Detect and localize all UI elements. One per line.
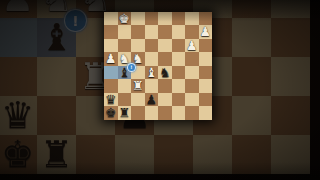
square-c6[interactable] — [131, 39, 145, 53]
black-queen-piece[interactable]: ♛ — [104, 93, 118, 107]
square-f5[interactable] — [172, 52, 186, 66]
square-f3[interactable] — [172, 79, 186, 93]
chess-board[interactable]: ♚♟♟♟♞♞♝♝♞♜♛♟♚♜! — [104, 12, 212, 120]
square-b6[interactable] — [118, 39, 132, 53]
square-a7[interactable] — [104, 25, 118, 39]
black-king-piece[interactable]: ♚ — [104, 106, 118, 120]
square-f2[interactable] — [172, 93, 186, 107]
square-b2[interactable] — [118, 93, 132, 107]
square-f7[interactable] — [172, 25, 186, 39]
square-a1[interactable]: ♚ — [104, 106, 118, 120]
square-d7[interactable] — [145, 25, 159, 39]
square-e8[interactable] — [158, 12, 172, 26]
square-b1[interactable]: ♜ — [118, 106, 132, 120]
square-b3[interactable] — [118, 79, 132, 93]
square-b8[interactable]: ♚ — [118, 12, 132, 26]
square-e2[interactable] — [158, 93, 172, 107]
square-a2[interactable]: ♛ — [104, 93, 118, 107]
square-d1[interactable] — [145, 106, 159, 120]
black-pawn-piece[interactable]: ♟ — [145, 93, 159, 107]
square-d8[interactable] — [145, 12, 159, 26]
square-g4[interactable] — [185, 66, 199, 80]
square-d4[interactable]: ♝ — [145, 66, 159, 80]
white-bishop-piece[interactable]: ♝ — [145, 66, 159, 80]
square-b7[interactable] — [118, 25, 132, 39]
square-a3[interactable] — [104, 79, 118, 93]
square-g7[interactable] — [185, 25, 199, 39]
square-h1[interactable] — [199, 106, 213, 120]
square-c7[interactable] — [131, 25, 145, 39]
square-c3[interactable]: ♜ — [131, 79, 145, 93]
square-h4[interactable] — [199, 66, 213, 80]
square-a6[interactable] — [104, 39, 118, 53]
square-c8[interactable] — [131, 12, 145, 26]
square-e5[interactable] — [158, 52, 172, 66]
square-c1[interactable] — [131, 106, 145, 120]
square-g1[interactable] — [185, 106, 199, 120]
white-king-piece[interactable]: ♚ — [118, 12, 132, 26]
square-d6[interactable] — [145, 39, 159, 53]
square-e7[interactable] — [158, 25, 172, 39]
square-g8[interactable] — [185, 12, 199, 26]
white-pawn-piece[interactable]: ♟ — [104, 52, 118, 66]
square-e4[interactable]: ♞ — [158, 66, 172, 80]
square-d5[interactable] — [145, 52, 159, 66]
square-f4[interactable] — [172, 66, 186, 80]
square-h5[interactable] — [199, 52, 213, 66]
square-e1[interactable] — [158, 106, 172, 120]
square-d3[interactable] — [145, 79, 159, 93]
square-g5[interactable] — [185, 52, 199, 66]
square-e3[interactable] — [158, 79, 172, 93]
square-h8[interactable] — [199, 12, 213, 26]
video-frame: ♚♟♟♟♞♞♝♝♞♜♛♟♚♜! ♚♟♟♟♞♞♝♝♞♜♛♟♚♜! — [0, 0, 320, 180]
square-c2[interactable] — [131, 93, 145, 107]
black-rook-piece[interactable]: ♜ — [118, 106, 132, 120]
white-pawn-piece[interactable]: ♟ — [199, 25, 213, 39]
square-h7[interactable]: ♟ — [199, 25, 213, 39]
square-a5[interactable]: ♟ — [104, 52, 118, 66]
square-f6[interactable] — [172, 39, 186, 53]
square-d2[interactable]: ♟ — [145, 93, 159, 107]
white-pawn-piece[interactable]: ♟ — [185, 39, 199, 53]
great-move-badge[interactable]: ! — [127, 63, 136, 72]
square-g2[interactable] — [185, 93, 199, 107]
square-g3[interactable] — [185, 79, 199, 93]
square-e6[interactable] — [158, 39, 172, 53]
square-f8[interactable] — [172, 12, 186, 26]
square-f1[interactable] — [172, 106, 186, 120]
square-h2[interactable] — [199, 93, 213, 107]
square-a4[interactable] — [104, 66, 118, 80]
square-h6[interactable] — [199, 39, 213, 53]
white-rook-piece[interactable]: ♜ — [131, 79, 145, 93]
black-knight-piece[interactable]: ♞ — [158, 66, 172, 80]
square-h3[interactable] — [199, 79, 213, 93]
square-a8[interactable] — [104, 12, 118, 26]
square-g6[interactable]: ♟ — [185, 39, 199, 53]
